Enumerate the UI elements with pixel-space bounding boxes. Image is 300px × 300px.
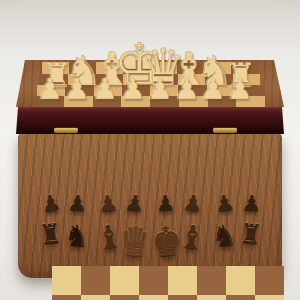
black-pawn[interactable]: ♟	[181, 192, 203, 216]
hinge-icon	[54, 127, 78, 133]
front-square-r2-c6[interactable]	[197, 295, 226, 300]
front-square-r1-c3[interactable]	[110, 266, 139, 295]
white-pawn[interactable]: ♟	[174, 75, 200, 104]
front-square-r1-c2[interactable]	[81, 266, 110, 295]
front-square-r1-c6[interactable]	[197, 266, 226, 295]
black-king[interactable]: ♚	[150, 220, 182, 264]
lid-front-edge	[16, 106, 284, 134]
white-pawn[interactable]: ♟	[227, 75, 253, 104]
white-pawn[interactable]: ♟	[200, 75, 226, 104]
white-pawn[interactable]: ♟	[147, 75, 173, 104]
black-knight[interactable]: ♞	[210, 220, 236, 251]
black-rook[interactable]: ♜	[38, 220, 62, 250]
front-square-r2-c8[interactable]	[255, 295, 284, 300]
front-square-r2-c2[interactable]	[81, 295, 110, 300]
front-square-r2-c3[interactable]	[110, 295, 139, 300]
front-square-r1-c1[interactable]	[52, 266, 81, 295]
white-pawn[interactable]: ♟	[92, 75, 118, 104]
white-pawn[interactable]: ♟	[64, 75, 90, 104]
black-queen[interactable]: ♛	[118, 220, 150, 263]
black-pawn[interactable]: ♟	[240, 192, 261, 215]
white-pawn[interactable]: ♟	[37, 75, 63, 104]
black-pawn[interactable]: ♟	[97, 192, 119, 216]
hinge-icon	[213, 127, 237, 133]
front-square-r1-c4[interactable]	[139, 266, 168, 295]
front-square-r2-c4[interactable]	[139, 295, 168, 300]
black-pawn[interactable]: ♟	[123, 192, 146, 217]
front-square-r2-c1[interactable]	[52, 295, 81, 300]
black-pawn[interactable]: ♟	[66, 192, 87, 215]
front-board-half	[52, 266, 284, 300]
front-square-r1-c7[interactable]	[226, 266, 255, 295]
black-knight[interactable]: ♞	[63, 220, 90, 252]
front-square-r1-c5[interactable]	[168, 266, 197, 295]
chess-set-photo: ♜♞♝♚♛♝♞♜♟♟♟♟♟♟♟♟♟♟♟♟♟♟♟♟♜♞♝♛♚♝♞♜	[0, 0, 300, 300]
black-pawn[interactable]: ♟	[155, 192, 176, 215]
black-pawn[interactable]: ♟	[213, 192, 236, 217]
front-square-r2-c7[interactable]	[226, 295, 255, 300]
black-bishop[interactable]: ♝	[178, 220, 206, 255]
black-pawn[interactable]: ♟	[39, 191, 62, 216]
front-square-r2-c5[interactable]	[168, 295, 197, 300]
front-square-r1-c8[interactable]	[255, 266, 284, 295]
black-rook[interactable]: ♜	[238, 220, 262, 250]
white-pawn[interactable]: ♟	[120, 75, 146, 104]
